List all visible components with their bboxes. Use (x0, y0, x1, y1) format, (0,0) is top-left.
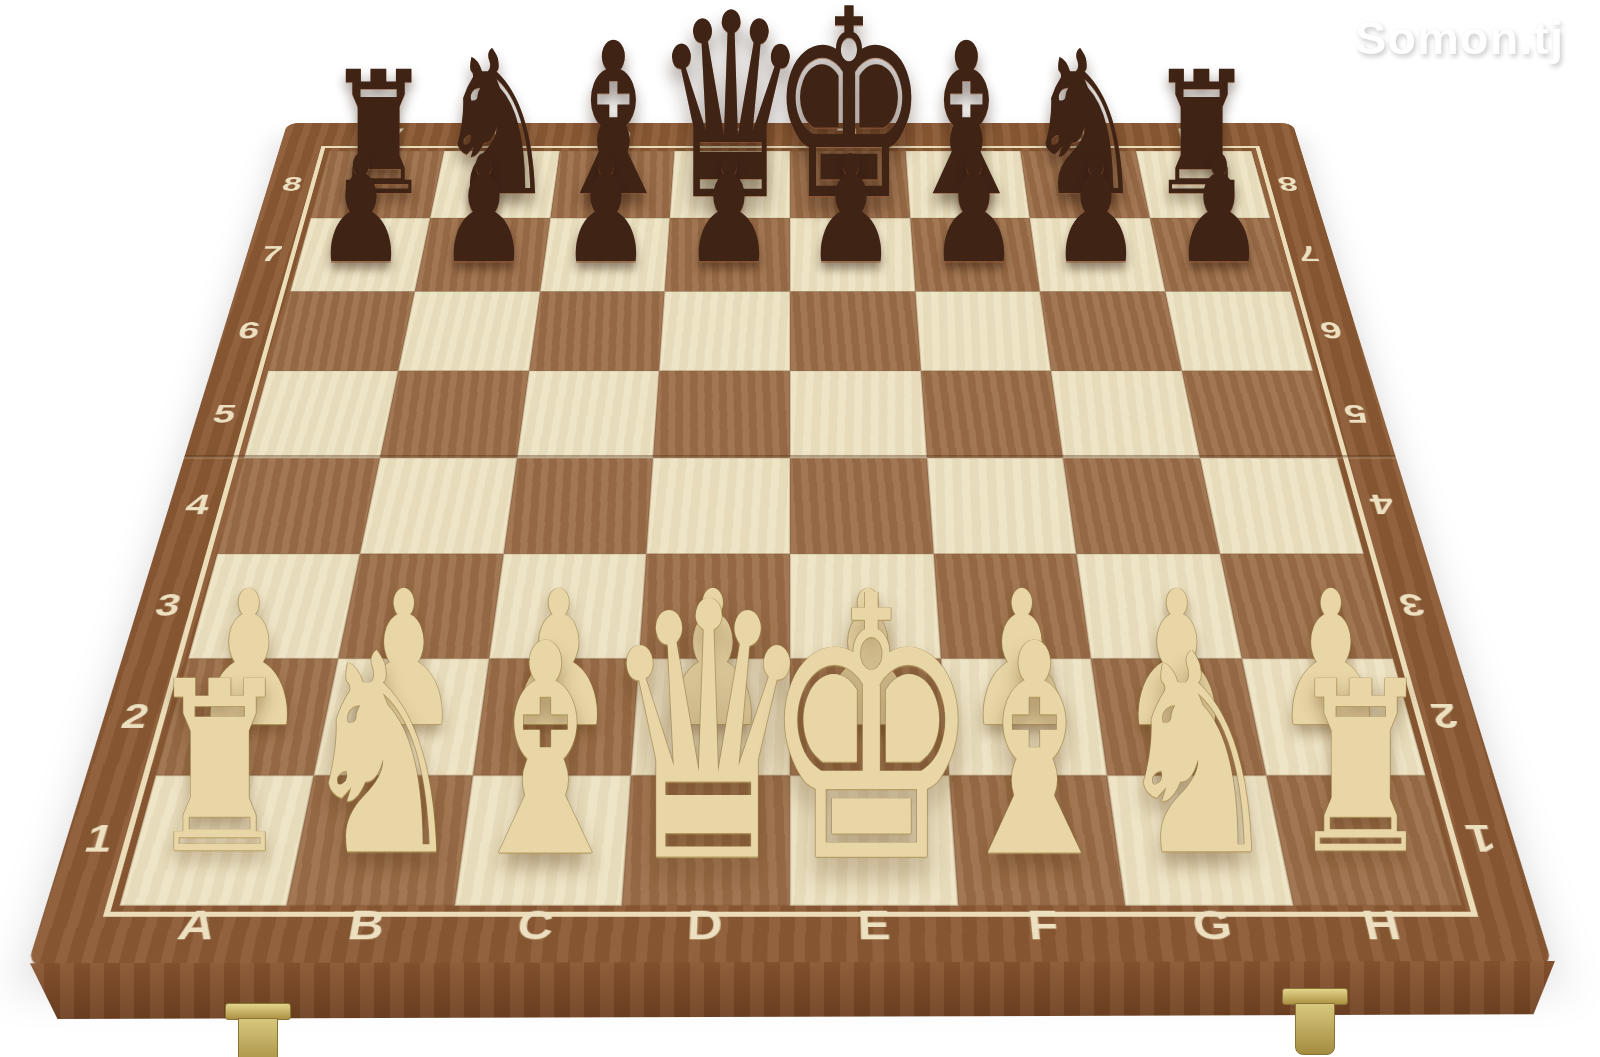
file-label-top-C: C (584, 126, 653, 145)
board-squares-grid (119, 151, 1461, 905)
square-a6 (268, 291, 415, 371)
rank-label-left-2: 2 (86, 699, 187, 733)
file-label-bottom-D: D (655, 905, 755, 946)
brass-clasp-tongue (238, 1018, 278, 1057)
file-label-top-H: H (1154, 126, 1225, 145)
square-c8 (550, 151, 675, 218)
square-a1 (119, 775, 314, 905)
rank-label-right-2: 2 (1394, 699, 1495, 733)
square-f2 (941, 659, 1108, 776)
square-b5 (380, 371, 529, 458)
watermark-text: Somon.tj (1355, 10, 1564, 65)
square-d7 (665, 218, 790, 291)
square-a2 (155, 659, 338, 776)
brass-clasp-left (225, 1003, 291, 1057)
rank-label-right-1: 1 (1427, 820, 1534, 858)
square-h4 (1200, 458, 1363, 553)
rank-label-right-7: 7 (1269, 243, 1347, 264)
square-b8 (430, 151, 559, 218)
square-f6 (915, 291, 1051, 371)
square-a5 (244, 371, 399, 458)
square-g4 (1063, 458, 1220, 553)
square-f4 (927, 458, 1077, 553)
square-h7 (1150, 218, 1290, 291)
square-c3 (489, 553, 647, 658)
square-g7 (1030, 218, 1165, 291)
square-e5 (790, 371, 927, 458)
brass-clasp-right (1282, 988, 1348, 1055)
square-a7 (290, 218, 430, 291)
file-label-bottom-C: C (484, 905, 587, 946)
square-d6 (659, 291, 790, 371)
square-d1 (622, 775, 790, 905)
square-b3 (338, 553, 503, 658)
square-d3 (639, 553, 790, 658)
file-label-bottom-E: E (825, 905, 925, 946)
square-g8 (1021, 151, 1150, 218)
square-h8 (1136, 151, 1270, 218)
square-e4 (790, 458, 933, 553)
rank-label-left-6: 6 (208, 319, 290, 342)
rank-label-right-5: 5 (1312, 401, 1398, 426)
square-c1 (455, 775, 632, 905)
square-h5 (1182, 371, 1337, 458)
square-f1 (949, 775, 1126, 905)
square-h2 (1242, 659, 1425, 776)
square-c5 (517, 371, 660, 458)
file-label-top-B: B (469, 126, 539, 145)
square-d5 (653, 371, 790, 458)
square-e8 (790, 151, 910, 218)
square-e6 (790, 291, 921, 371)
square-c6 (529, 291, 665, 371)
square-c4 (503, 458, 653, 553)
square-g2 (1091, 659, 1266, 776)
rank-label-left-8: 8 (255, 174, 330, 194)
square-f7 (910, 218, 1040, 291)
square-f3 (933, 553, 1091, 658)
square-h1 (1266, 775, 1461, 905)
square-c7 (540, 218, 670, 291)
square-a3 (188, 553, 361, 658)
file-label-top-A: A (355, 126, 426, 145)
rank-label-right-4: 4 (1337, 491, 1427, 519)
square-e3 (790, 553, 941, 658)
rank-label-right-8: 8 (1250, 174, 1325, 194)
rank-label-left-3: 3 (121, 590, 216, 621)
square-b2 (314, 659, 489, 776)
square-b6 (398, 291, 540, 371)
board-pinstripe-border (102, 146, 1477, 917)
square-d4 (647, 458, 790, 553)
file-label-top-G: G (1041, 126, 1111, 145)
square-d8 (670, 151, 790, 218)
rank-label-right-6: 6 (1290, 319, 1372, 342)
square-f8 (905, 151, 1030, 218)
file-label-bottom-B: B (314, 905, 420, 946)
square-h6 (1165, 291, 1312, 371)
square-e2 (790, 659, 949, 776)
rank-label-right-3: 3 (1364, 590, 1459, 621)
square-f5 (921, 371, 1064, 458)
rank-label-left-4: 4 (153, 491, 243, 519)
square-a4 (217, 458, 380, 553)
square-g6 (1040, 291, 1182, 371)
board-fold-seam (184, 455, 1396, 458)
chess-board: ABCDEFGHABCDEFGH8765432187654321 (27, 123, 1553, 967)
square-b4 (360, 458, 517, 553)
file-label-bottom-G: G (1160, 905, 1266, 946)
rank-label-left-5: 5 (182, 401, 268, 426)
file-label-bottom-A: A (143, 905, 252, 946)
square-g5 (1051, 371, 1200, 458)
file-label-top-D: D (699, 126, 766, 145)
square-g3 (1077, 553, 1242, 658)
square-e7 (790, 218, 915, 291)
rank-label-left-7: 7 (233, 243, 311, 264)
file-label-top-F: F (927, 126, 996, 145)
brass-clasp-tongue (1295, 1003, 1335, 1055)
square-h3 (1220, 553, 1393, 658)
file-label-bottom-F: F (992, 905, 1095, 946)
square-a8 (310, 151, 444, 218)
square-c2 (473, 659, 640, 776)
product-photo-background: ABCDEFGHABCDEFGH8765432187654321 ♜♞♝♛♚♝♞… (0, 0, 1600, 1057)
square-d2 (631, 659, 790, 776)
file-label-top-E: E (814, 126, 881, 145)
square-e1 (790, 775, 958, 905)
file-label-bottom-H: H (1328, 905, 1437, 946)
square-g1 (1107, 775, 1293, 905)
rank-label-left-1: 1 (46, 820, 153, 858)
square-b7 (415, 218, 550, 291)
square-b1 (287, 775, 473, 905)
